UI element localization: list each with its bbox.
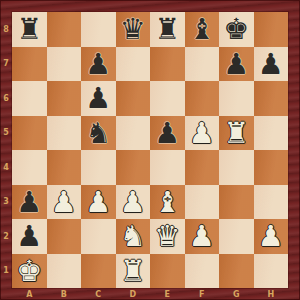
square-b5[interactable] — [47, 116, 82, 151]
white-pawn-h2[interactable]: ♟ — [258, 219, 284, 253]
square-c3[interactable]: ♟ — [81, 185, 116, 220]
square-e3[interactable]: ♝ — [150, 185, 185, 220]
square-g2[interactable] — [219, 219, 254, 254]
square-f7[interactable] — [185, 47, 220, 82]
rank-label-2: 2 — [0, 219, 12, 254]
square-d1[interactable]: ♜ — [116, 254, 151, 289]
square-g3[interactable] — [219, 185, 254, 220]
rank-label-4: 4 — [0, 150, 12, 185]
square-b8[interactable] — [47, 12, 82, 47]
file-label-d: D — [116, 288, 151, 300]
white-pawn-d3[interactable]: ♟ — [120, 185, 146, 219]
square-g8[interactable]: ♚ — [219, 12, 254, 47]
square-h4[interactable] — [254, 150, 289, 185]
square-f8[interactable]: ♝ — [185, 12, 220, 47]
square-c7[interactable]: ♟ — [81, 47, 116, 82]
file-label-e: E — [150, 288, 185, 300]
square-f5[interactable]: ♟ — [185, 116, 220, 151]
square-b1[interactable] — [47, 254, 82, 289]
square-d3[interactable]: ♟ — [116, 185, 151, 220]
square-a8[interactable]: ♜ — [12, 12, 47, 47]
white-pawn-f2[interactable]: ♟ — [189, 219, 215, 253]
square-h6[interactable] — [254, 81, 289, 116]
rank-labels: 87654321 — [0, 12, 12, 288]
white-king-a1[interactable]: ♚ — [16, 254, 42, 288]
square-e2[interactable]: ♛ — [150, 219, 185, 254]
square-a5[interactable] — [12, 116, 47, 151]
square-h5[interactable] — [254, 116, 289, 151]
black-pawn-c6[interactable]: ♟ — [85, 81, 111, 115]
black-bishop-f8[interactable]: ♝ — [189, 12, 215, 46]
square-e1[interactable] — [150, 254, 185, 289]
square-c4[interactable] — [81, 150, 116, 185]
square-e8[interactable]: ♜ — [150, 12, 185, 47]
square-e7[interactable] — [150, 47, 185, 82]
square-b4[interactable] — [47, 150, 82, 185]
white-rook-d1[interactable]: ♜ — [120, 254, 146, 288]
rank-label-6: 6 — [0, 81, 12, 116]
square-a2[interactable]: ♟ — [12, 219, 47, 254]
square-h1[interactable] — [254, 254, 289, 289]
white-pawn-c3[interactable]: ♟ — [85, 185, 111, 219]
square-d6[interactable] — [116, 81, 151, 116]
file-label-h: H — [254, 288, 289, 300]
square-h2[interactable]: ♟ — [254, 219, 289, 254]
square-g4[interactable] — [219, 150, 254, 185]
square-c1[interactable] — [81, 254, 116, 289]
square-c6[interactable]: ♟ — [81, 81, 116, 116]
square-c2[interactable] — [81, 219, 116, 254]
rank-label-1: 1 — [0, 254, 12, 289]
white-pawn-b3[interactable]: ♟ — [51, 185, 77, 219]
file-label-c: C — [81, 288, 116, 300]
black-pawn-e5[interactable]: ♟ — [154, 116, 180, 150]
file-labels: ABCDEFGH — [12, 288, 288, 300]
black-rook-e8[interactable]: ♜ — [154, 12, 180, 46]
board: ♜♛♜♝♚♟♟♟♟♞♟♟♜♟♟♟♟♝♟♞♛♟♟♚♜ — [12, 12, 288, 288]
file-label-g: G — [219, 288, 254, 300]
square-h7[interactable]: ♟ — [254, 47, 289, 82]
black-pawn-g7[interactable]: ♟ — [223, 47, 249, 81]
black-pawn-h7[interactable]: ♟ — [258, 47, 284, 81]
file-label-a: A — [12, 288, 47, 300]
square-f2[interactable]: ♟ — [185, 219, 220, 254]
chess-board-frame: 87654321 ABCDEFGH ♜♛♜♝♚♟♟♟♟♞♟♟♜♟♟♟♟♝♟♞♛♟… — [0, 0, 300, 300]
rank-label-8: 8 — [0, 12, 12, 47]
square-f6[interactable] — [185, 81, 220, 116]
black-king-g8[interactable]: ♚ — [223, 12, 249, 46]
square-d7[interactable] — [116, 47, 151, 82]
square-a6[interactable] — [12, 81, 47, 116]
square-g1[interactable] — [219, 254, 254, 289]
square-e4[interactable] — [150, 150, 185, 185]
white-knight-d2[interactable]: ♞ — [120, 219, 146, 253]
rank-label-7: 7 — [0, 47, 12, 82]
black-pawn-a3[interactable]: ♟ — [16, 185, 42, 219]
black-rook-a8[interactable]: ♜ — [16, 12, 42, 46]
square-e6[interactable] — [150, 81, 185, 116]
square-c5[interactable]: ♞ — [81, 116, 116, 151]
square-d2[interactable]: ♞ — [116, 219, 151, 254]
file-label-f: F — [185, 288, 220, 300]
rank-label-5: 5 — [0, 116, 12, 151]
square-g6[interactable] — [219, 81, 254, 116]
file-label-b: B — [47, 288, 82, 300]
square-h8[interactable] — [254, 12, 289, 47]
square-e5[interactable]: ♟ — [150, 116, 185, 151]
square-h3[interactable] — [254, 185, 289, 220]
square-b2[interactable] — [47, 219, 82, 254]
square-b7[interactable] — [47, 47, 82, 82]
square-d5[interactable] — [116, 116, 151, 151]
square-d8[interactable]: ♛ — [116, 12, 151, 47]
square-f3[interactable] — [185, 185, 220, 220]
square-g7[interactable]: ♟ — [219, 47, 254, 82]
square-b3[interactable]: ♟ — [47, 185, 82, 220]
square-a7[interactable] — [12, 47, 47, 82]
black-pawn-c7[interactable]: ♟ — [85, 47, 111, 81]
white-queen-e2[interactable]: ♛ — [154, 219, 180, 253]
square-a4[interactable] — [12, 150, 47, 185]
black-queen-d8[interactable]: ♛ — [120, 12, 146, 46]
rank-label-3: 3 — [0, 185, 12, 220]
black-knight-c5[interactable]: ♞ — [85, 116, 111, 150]
square-f1[interactable] — [185, 254, 220, 289]
white-rook-g5[interactable]: ♜ — [223, 116, 249, 150]
white-bishop-e3[interactable]: ♝ — [154, 185, 180, 219]
square-b6[interactable] — [47, 81, 82, 116]
black-pawn-a2[interactable]: ♟ — [16, 219, 42, 253]
square-c8[interactable] — [81, 12, 116, 47]
square-a1[interactable]: ♚ — [12, 254, 47, 289]
square-g5[interactable]: ♜ — [219, 116, 254, 151]
square-f4[interactable] — [185, 150, 220, 185]
square-a3[interactable]: ♟ — [12, 185, 47, 220]
square-d4[interactable] — [116, 150, 151, 185]
white-pawn-f5[interactable]: ♟ — [189, 116, 215, 150]
